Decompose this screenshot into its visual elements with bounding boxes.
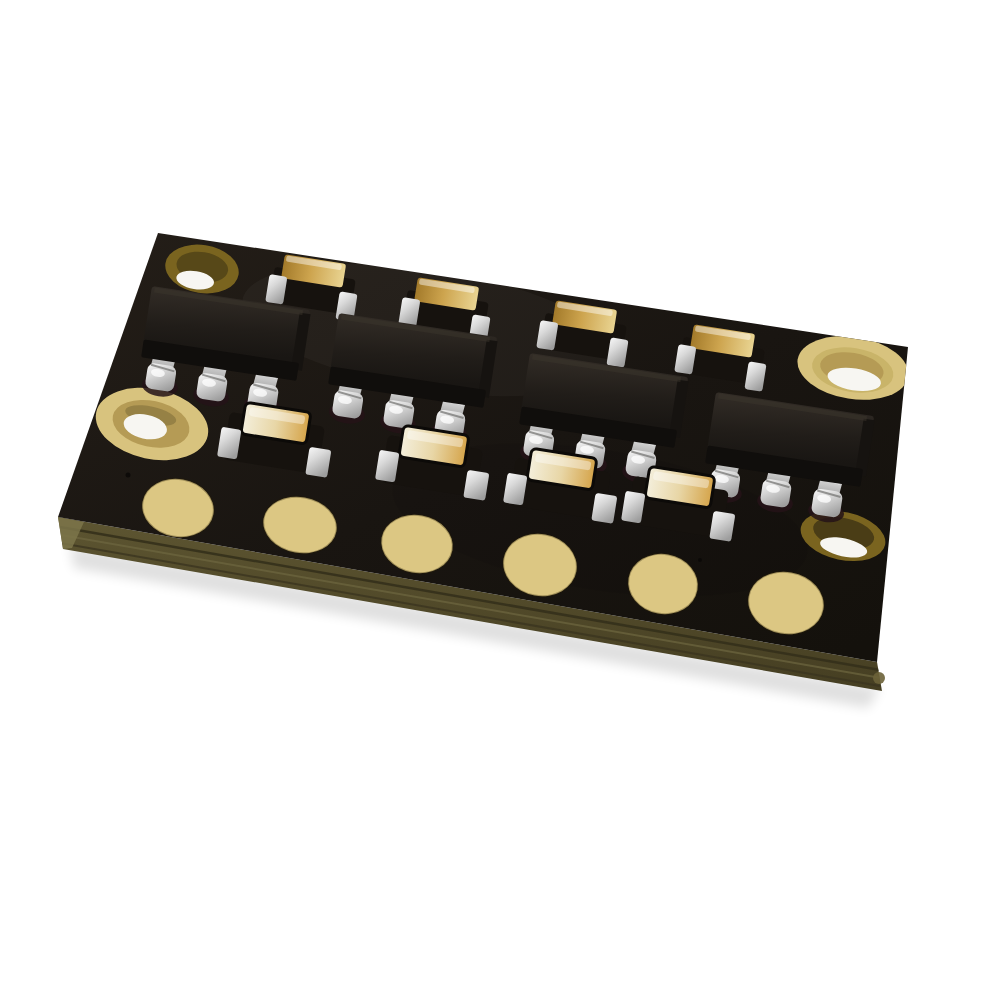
pcb-photo — [0, 0, 1000, 1000]
board-speck — [126, 473, 131, 478]
board-speck — [698, 558, 702, 562]
photo-canvas — [0, 0, 1000, 1000]
edge-corner-highlight-right — [873, 672, 885, 684]
